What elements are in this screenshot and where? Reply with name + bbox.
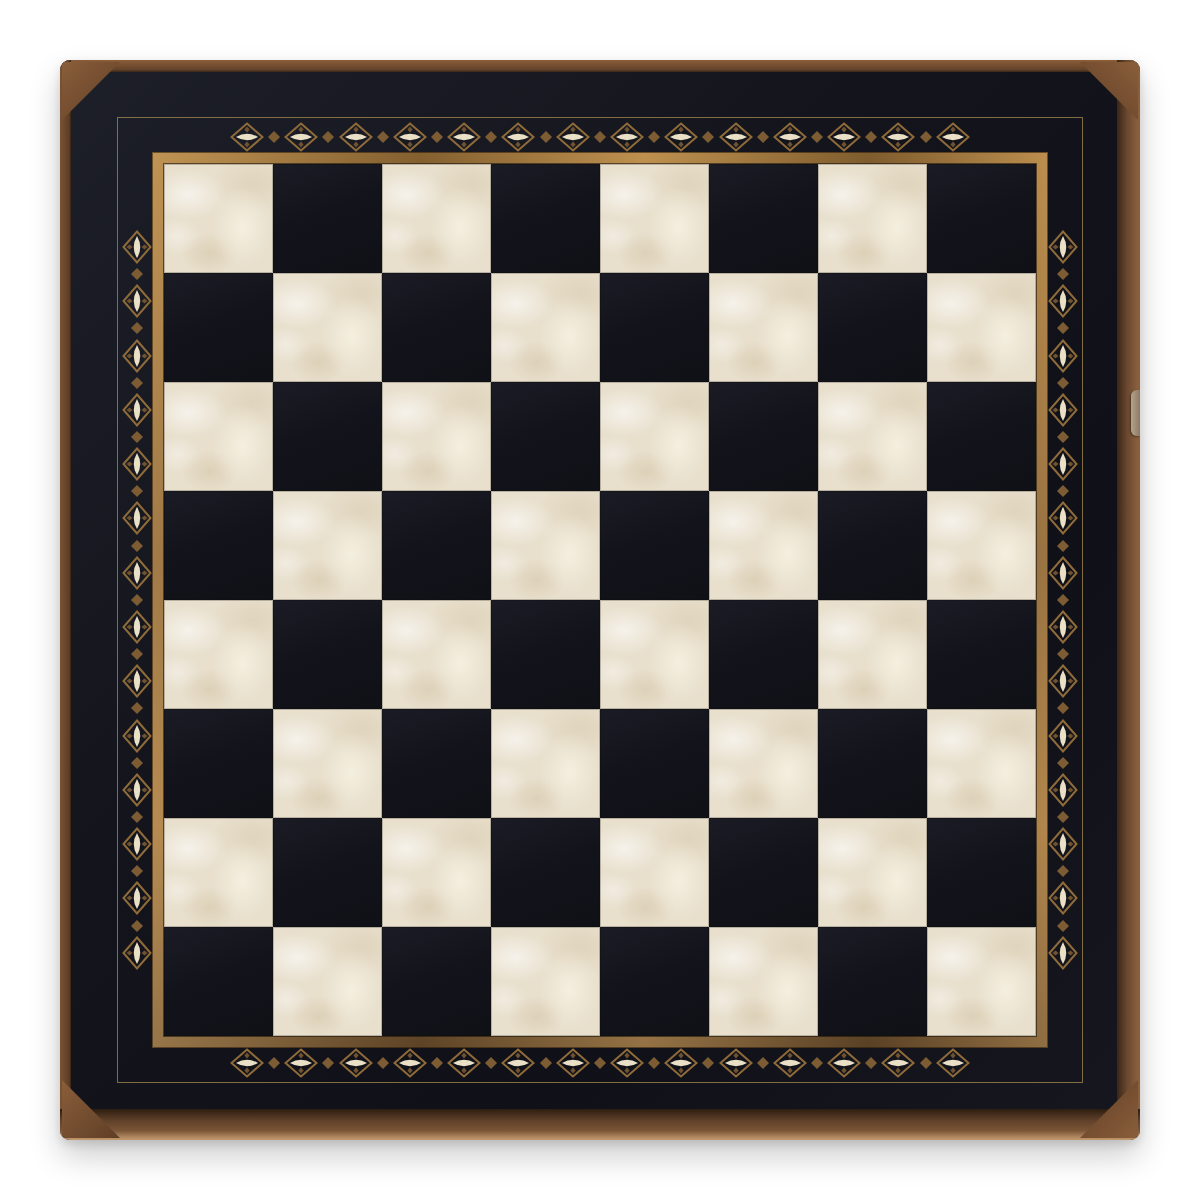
square-f7[interactable] — [709, 273, 818, 382]
square-c4[interactable] — [382, 600, 491, 709]
square-e5[interactable] — [600, 491, 709, 600]
board-edge-left — [60, 60, 71, 1140]
square-b3[interactable] — [273, 709, 382, 818]
board-edge-right — [1117, 60, 1140, 1140]
square-g7[interactable] — [818, 273, 927, 382]
board-edge-top — [60, 60, 1140, 72]
square-h1[interactable] — [927, 927, 1036, 1036]
square-g5[interactable] — [818, 491, 927, 600]
square-h7[interactable] — [927, 273, 1036, 382]
square-g8[interactable] — [818, 164, 927, 273]
square-d7[interactable] — [491, 273, 600, 382]
square-g3[interactable] — [818, 709, 927, 818]
square-b8[interactable] — [273, 164, 382, 273]
square-e3[interactable] — [600, 709, 709, 818]
square-c8[interactable] — [382, 164, 491, 273]
square-h5[interactable] — [927, 491, 1036, 600]
square-b7[interactable] — [273, 273, 382, 382]
square-e7[interactable] — [600, 273, 709, 382]
photo-background — [0, 0, 1200, 1200]
square-e8[interactable] — [600, 164, 709, 273]
square-d1[interactable] — [491, 927, 600, 1036]
square-e4[interactable] — [600, 600, 709, 709]
square-b5[interactable] — [273, 491, 382, 600]
squares-grid — [164, 164, 1036, 1036]
square-h4[interactable] — [927, 600, 1036, 709]
square-f5[interactable] — [709, 491, 818, 600]
square-d5[interactable] — [491, 491, 600, 600]
chess-board — [60, 60, 1140, 1140]
square-c7[interactable] — [382, 273, 491, 382]
square-b6[interactable] — [273, 382, 382, 491]
square-f3[interactable] — [709, 709, 818, 818]
square-h2[interactable] — [927, 818, 1036, 927]
square-a6[interactable] — [164, 382, 273, 491]
square-b4[interactable] — [273, 600, 382, 709]
square-a3[interactable] — [164, 709, 273, 818]
square-d3[interactable] — [491, 709, 600, 818]
corner-wood-wedge — [62, 62, 120, 120]
square-a8[interactable] — [164, 164, 273, 273]
square-g2[interactable] — [818, 818, 927, 927]
inlay-band-bottom — [230, 1048, 970, 1078]
square-f4[interactable] — [709, 600, 818, 709]
board-edge-bottom — [60, 1109, 1140, 1140]
square-f8[interactable] — [709, 164, 818, 273]
square-a2[interactable] — [164, 818, 273, 927]
square-f6[interactable] — [709, 382, 818, 491]
inlay-band-left — [122, 230, 152, 970]
square-d8[interactable] — [491, 164, 600, 273]
square-f1[interactable] — [709, 927, 818, 1036]
square-e6[interactable] — [600, 382, 709, 491]
square-d2[interactable] — [491, 818, 600, 927]
square-e1[interactable] — [600, 927, 709, 1036]
square-h8[interactable] — [927, 164, 1036, 273]
square-a1[interactable] — [164, 927, 273, 1036]
square-f2[interactable] — [709, 818, 818, 927]
square-d4[interactable] — [491, 600, 600, 709]
square-h6[interactable] — [927, 382, 1036, 491]
square-a5[interactable] — [164, 491, 273, 600]
square-e2[interactable] — [600, 818, 709, 927]
square-b2[interactable] — [273, 818, 382, 927]
inner-walnut-frame — [152, 152, 1048, 1048]
square-a7[interactable] — [164, 273, 273, 382]
square-c3[interactable] — [382, 709, 491, 818]
square-g4[interactable] — [818, 600, 927, 709]
inlay-band-top — [230, 122, 970, 152]
square-h3[interactable] — [927, 709, 1036, 818]
square-b1[interactable] — [273, 927, 382, 1036]
square-g1[interactable] — [818, 927, 927, 1036]
square-c6[interactable] — [382, 382, 491, 491]
square-c2[interactable] — [382, 818, 491, 927]
square-d6[interactable] — [491, 382, 600, 491]
square-c5[interactable] — [382, 491, 491, 600]
square-c1[interactable] — [382, 927, 491, 1036]
square-g6[interactable] — [818, 382, 927, 491]
square-a4[interactable] — [164, 600, 273, 709]
side-latch-knob — [1131, 390, 1140, 436]
inlay-band-right — [1048, 230, 1078, 970]
